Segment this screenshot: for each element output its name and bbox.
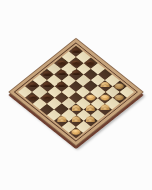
dark-piece: ⛂ — [43, 82, 52, 91]
light-piece: ⛀ — [72, 130, 81, 136]
board-grid: ⛂⛂⛂⛂⛂⛂⛂⛂⛂⛂⛂⛂⛀⛀⛀⛀⛀⛀⛀⛀⛀⛀⛀⛀ — [18, 46, 134, 139]
light-piece: ⛀ — [86, 116, 95, 125]
checkers-board: ⛂⛂⛂⛂⛂⛂⛂⛂⛂⛂⛂⛂⛀⛀⛀⛀⛀⛀⛀⛀⛀⛀⛀⛀ — [8, 38, 144, 146]
dark-piece: ⛂ — [28, 82, 37, 91]
light-piece: ⛀ — [115, 83, 124, 89]
light-piece: ⛀ — [100, 105, 109, 114]
light-piece: ⛀ — [115, 95, 124, 101]
light-piece: ⛀ — [100, 82, 109, 91]
square-a1: ⛀ — [69, 127, 83, 139]
square-h2: ⛀ — [112, 80, 126, 92]
dark-piece: ⛂ — [57, 82, 66, 91]
dark-piece: ⛂ — [72, 70, 81, 79]
light-piece: ⛀ — [86, 95, 95, 101]
